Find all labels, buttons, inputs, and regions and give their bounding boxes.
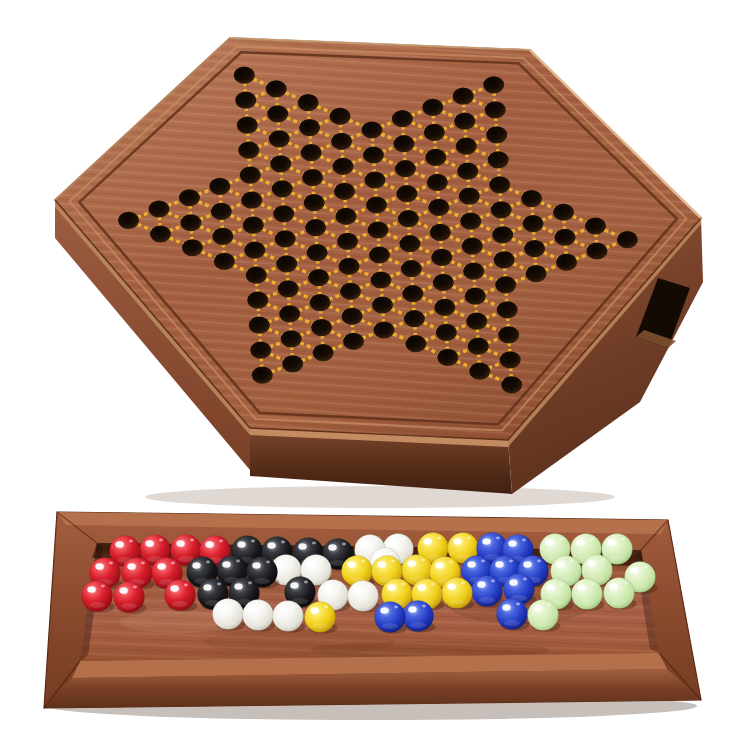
board-hole[interactable] — [424, 124, 445, 141]
board-hole[interactable] — [395, 160, 416, 177]
board-hole[interactable] — [483, 76, 504, 93]
board-hole[interactable] — [553, 204, 574, 221]
board-hole[interactable] — [273, 205, 294, 222]
board-hole[interactable] — [246, 267, 267, 284]
board-hole[interactable] — [214, 253, 235, 270]
board-hole[interactable] — [276, 255, 297, 272]
board-hole[interactable] — [617, 231, 638, 248]
board-hole[interactable] — [299, 119, 320, 136]
board-hole[interactable] — [237, 117, 258, 134]
board-hole[interactable] — [275, 230, 296, 247]
board-hole[interactable] — [149, 200, 170, 217]
board-hole[interactable] — [492, 226, 513, 243]
board-hole[interactable] — [469, 363, 490, 380]
board-hole[interactable] — [336, 208, 357, 225]
board-hole[interactable] — [234, 67, 255, 84]
board-hole[interactable] — [521, 190, 542, 207]
board-hole[interactable] — [313, 344, 334, 361]
product-photo-chinese-checkers — [0, 0, 750, 750]
board-hole[interactable] — [369, 246, 390, 263]
board-hole[interactable] — [427, 174, 448, 191]
board-hole[interactable] — [422, 99, 443, 116]
board-hole[interactable] — [249, 317, 270, 334]
board-hole[interactable] — [463, 263, 484, 280]
board-hole[interactable] — [334, 183, 355, 200]
board-hole[interactable] — [272, 180, 293, 197]
board-hole[interactable] — [456, 138, 477, 155]
board-hole[interactable] — [398, 210, 419, 227]
board-hole[interactable] — [365, 171, 386, 188]
board-hole[interactable] — [267, 105, 288, 122]
board-hole[interactable] — [433, 274, 454, 291]
board-hole[interactable] — [212, 228, 233, 245]
board-hole[interactable] — [425, 149, 446, 166]
board-hole[interactable] — [488, 151, 509, 168]
board-hole[interactable] — [304, 194, 325, 211]
board-hole[interactable] — [278, 280, 299, 297]
board-hole[interactable] — [340, 283, 361, 300]
board-hole[interactable] — [342, 308, 363, 325]
board-hole[interactable] — [498, 326, 519, 343]
board-hole[interactable] — [495, 276, 516, 293]
board-hole[interactable] — [437, 349, 458, 366]
board-hole[interactable] — [468, 338, 489, 355]
board-hole[interactable] — [182, 239, 203, 256]
board-hole[interactable] — [466, 313, 487, 330]
board-hole[interactable] — [270, 155, 291, 172]
board-hole[interactable] — [494, 251, 515, 268]
board-hole[interactable] — [526, 265, 547, 282]
board-hole[interactable] — [243, 217, 264, 234]
board-hole[interactable] — [524, 240, 545, 257]
board-hole[interactable] — [311, 319, 332, 336]
board-hole[interactable] — [401, 260, 422, 277]
board-hole[interactable] — [211, 203, 232, 220]
board-hole[interactable] — [240, 167, 261, 184]
board-hole[interactable] — [269, 130, 290, 147]
board-hole[interactable] — [180, 214, 201, 231]
board-hole[interactable] — [555, 229, 576, 246]
board-hole[interactable] — [298, 94, 319, 111]
board-hole[interactable] — [585, 217, 606, 234]
board-hole[interactable] — [586, 242, 607, 259]
board-hole[interactable] — [485, 101, 506, 118]
board-hole[interactable] — [402, 285, 423, 302]
board-hole[interactable] — [179, 189, 200, 206]
board-hole[interactable] — [459, 188, 480, 205]
chinese-checkers-scene — [0, 0, 750, 750]
board-hole[interactable] — [250, 342, 271, 359]
board-hole[interactable] — [244, 242, 265, 259]
board-hole[interactable] — [366, 196, 387, 213]
board-hole[interactable] — [393, 135, 414, 152]
board-hole[interactable] — [238, 142, 259, 159]
board-hole[interactable] — [301, 144, 322, 161]
board-hole[interactable] — [150, 225, 171, 242]
board-hole[interactable] — [308, 269, 329, 286]
board-hole[interactable] — [396, 185, 417, 202]
board-hole[interactable] — [453, 88, 474, 105]
board-hole[interactable] — [302, 169, 323, 186]
board-hole[interactable] — [282, 355, 303, 372]
board-hole[interactable] — [281, 330, 302, 347]
board-hole[interactable] — [392, 110, 413, 127]
board-hole[interactable] — [241, 192, 262, 209]
board-hole[interactable] — [118, 212, 139, 229]
board-hole[interactable] — [404, 310, 425, 327]
board-hole[interactable] — [465, 288, 486, 305]
board-hole[interactable] — [279, 305, 300, 322]
board-hole[interactable] — [489, 176, 510, 193]
board-hole[interactable] — [374, 321, 395, 338]
board-hole[interactable] — [371, 271, 392, 288]
board-hole[interactable] — [462, 238, 483, 255]
board-hole[interactable] — [310, 294, 331, 311]
board-hole[interactable] — [307, 244, 328, 261]
board-hole[interactable] — [330, 108, 351, 125]
board-hole[interactable] — [434, 299, 455, 316]
board-hole[interactable] — [343, 333, 364, 350]
board-hole[interactable] — [436, 324, 457, 341]
board-hole[interactable] — [491, 201, 512, 218]
board-hole[interactable] — [252, 367, 273, 384]
board-hole[interactable] — [337, 233, 358, 250]
board-hole[interactable] — [486, 126, 507, 143]
board-hole[interactable] — [431, 249, 452, 266]
board-hole[interactable] — [523, 215, 544, 232]
board-hole[interactable] — [430, 224, 451, 241]
board-hole[interactable] — [500, 351, 521, 368]
board-hole[interactable] — [556, 254, 577, 271]
board-hole[interactable] — [460, 213, 481, 230]
board-hole[interactable] — [501, 376, 522, 393]
board-hole[interactable] — [266, 80, 287, 97]
board-hole[interactable] — [331, 133, 352, 150]
board-hole[interactable] — [209, 178, 230, 195]
board-hole[interactable] — [457, 163, 478, 180]
board-hole[interactable] — [339, 258, 360, 275]
board-hole[interactable] — [454, 113, 475, 130]
board-hole[interactable] — [405, 335, 426, 352]
board-hole[interactable] — [333, 158, 354, 175]
board-shadow — [145, 486, 615, 508]
board-hole[interactable] — [362, 121, 383, 138]
board-hole[interactable] — [363, 146, 384, 163]
board-hole[interactable] — [247, 292, 268, 309]
board-hole[interactable] — [305, 219, 326, 236]
board-hole[interactable] — [368, 221, 389, 238]
board-hole[interactable] — [428, 199, 449, 216]
board-hole[interactable] — [497, 301, 518, 318]
board-hole[interactable] — [399, 235, 420, 252]
board-hole[interactable] — [235, 92, 256, 109]
board-hole[interactable] — [372, 296, 393, 313]
